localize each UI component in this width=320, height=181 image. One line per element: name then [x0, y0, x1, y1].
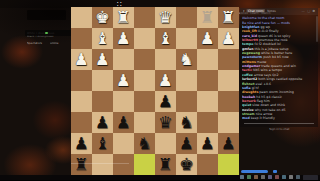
- taskbar-app-icon[interactable]: [268, 175, 272, 179]
- square-e1[interactable]: [134, 7, 155, 28]
- gear-icon[interactable]: ⚙: [312, 9, 315, 13]
- chat-message: quietslow down and think: [242, 103, 318, 107]
- chat-message: draughtspawn storm incoming: [242, 89, 318, 93]
- taskbar: ···: [0, 175, 320, 181]
- tab-chat-room[interactable]: Chat room: [247, 9, 266, 13]
- square-e5[interactable]: [134, 91, 155, 112]
- chat-menu-icon[interactable]: ▾: [243, 9, 245, 13]
- taskbar-app-icon[interactable]: [254, 175, 258, 179]
- taskbar-app-icon[interactable]: [247, 175, 251, 179]
- chat-message: fishneteval +0.6: [242, 81, 318, 85]
- chat-message-list: Welcome to the chat roomBe nice and have…: [242, 16, 320, 181]
- square-f8[interactable]: [113, 154, 134, 175]
- white-rook-a1[interactable]: ♜: [218, 7, 239, 28]
- white-bishop-d2[interactable]: ♝: [155, 28, 176, 49]
- chat-message: zugzwangwhite is better here: [242, 50, 318, 54]
- chat-message: knightfangg wp: [242, 24, 318, 28]
- chat-message: endgamertrade queens and win: [242, 63, 318, 67]
- square-b3[interactable]: [197, 49, 218, 70]
- square-h4[interactable]: [71, 70, 92, 91]
- square-c1[interactable]: [176, 7, 197, 28]
- caption-line: [71, 163, 129, 164]
- chat-message: Be nice and have fun — mods: [242, 20, 318, 24]
- square-a6[interactable]: [218, 112, 239, 133]
- white-king-g1[interactable]: ♚: [92, 7, 113, 28]
- square-g8[interactable]: [92, 154, 113, 175]
- chat-message: rook_liftO-O-O finally: [242, 29, 318, 33]
- square-c5[interactable]: [176, 91, 197, 112]
- progress-bar[interactable]: [241, 170, 268, 173]
- square-d7[interactable]: [155, 133, 176, 154]
- black-rook-h8[interactable]: ♜: [71, 154, 92, 175]
- black-rook-d8[interactable]: ♜: [155, 154, 176, 175]
- tab-notes[interactable]: Notes: [267, 9, 276, 13]
- square-b5[interactable]: [197, 91, 218, 112]
- chat-message: mittensmeow: [242, 59, 318, 63]
- black-bishop-g7[interactable]: ♝: [92, 133, 113, 154]
- black-king-c8[interactable]: ♚: [176, 154, 197, 175]
- square-a3[interactable]: [218, 49, 239, 70]
- system-tray[interactable]: ···: [303, 175, 318, 180]
- square-e4[interactable]: [134, 70, 155, 91]
- white-pawn-h3[interactable]: ♟: [71, 49, 92, 70]
- taskbar-app-icon[interactable]: [261, 175, 265, 179]
- square-g4[interactable]: [92, 70, 113, 91]
- player-bar-left-text: Spectators: [27, 41, 42, 44]
- white-knight-c3[interactable]: ♞: [176, 49, 197, 70]
- white-bishop-g2[interactable]: ♝: [92, 28, 113, 49]
- chat-message: caro_kidqueen d6 is so spicy: [242, 33, 318, 37]
- black-knight-c6[interactable]: ♞: [176, 112, 197, 133]
- square-b4[interactable]: [197, 70, 218, 91]
- chat-message: novicewhy not take on d5: [242, 107, 318, 111]
- white-pawn-b2[interactable]: ♟: [197, 28, 218, 49]
- black-pawn-g6[interactable]: ♟: [92, 112, 113, 133]
- black-pawn-a7[interactable]: ♟: [218, 133, 239, 154]
- square-e3[interactable]: [134, 49, 155, 70]
- square-f3[interactable]: [113, 49, 134, 70]
- player-bar[interactable]: Spectators online: [25, 30, 77, 37]
- chat-message: lurker42both kings castled opposite: [242, 76, 318, 80]
- chat-message: Welcome to the chat room: [242, 16, 318, 20]
- square-a8[interactable]: [218, 154, 239, 175]
- chat-message: blitzer99premove the rook: [242, 37, 318, 41]
- chat-signin-note[interactable]: Sign in to chat: [240, 117, 318, 136]
- taskbar-app-icon[interactable]: [289, 175, 293, 179]
- white-pawn-a2[interactable]: ♟: [218, 28, 239, 49]
- progress-bar-segment[interactable]: [273, 170, 277, 173]
- square-b6[interactable]: [197, 112, 218, 133]
- game-info-box: ◷ 3+2 • Blitz Rated • Spectator: [27, 10, 66, 20]
- chat-message: gmfanthis is a jobava setup: [242, 46, 318, 50]
- square-a4[interactable]: [218, 70, 239, 91]
- chat-panel: ▾ Chat room Notes ⚙ Welcome to the chat …: [240, 8, 318, 127]
- online-indicator-dot: [45, 32, 48, 35]
- square-f5[interactable]: [113, 91, 134, 112]
- black-knight-e7[interactable]: ♞: [134, 133, 155, 154]
- square-g5[interactable]: [92, 91, 113, 112]
- chat-message: berserkflag him: [242, 98, 318, 102]
- chess-board[interactable]: ♚♛♜♜♝♝♞♟♟♟♟♟♟♟♚♛♜♜♝♞♞♟♟♟♟♟♟♟♜: [71, 7, 239, 175]
- ghost-rook-b1: ♜: [197, 7, 218, 28]
- black-pawn-h7[interactable]: ♟: [71, 133, 92, 154]
- square-c2[interactable]: [176, 28, 197, 49]
- square-e2[interactable]: [134, 28, 155, 49]
- square-h1[interactable]: [71, 7, 92, 28]
- black-pawn-b7[interactable]: ♟: [197, 133, 218, 154]
- white-rook-f1[interactable]: ♜: [113, 7, 134, 28]
- chat-message: pawnstormpush b4 b5 now: [242, 55, 318, 59]
- taskbar-app-icon[interactable]: [296, 175, 300, 179]
- chat-input-divider: [244, 123, 314, 124]
- black-queen-d6[interactable]: ♛: [155, 112, 176, 133]
- chat-message: coffeearrow says Qc2: [242, 72, 318, 76]
- white-pawn-g3[interactable]: ♟: [92, 49, 113, 70]
- chat-message: tempof4 f2 doubled lol: [242, 42, 318, 46]
- taskbar-app-icon[interactable]: [240, 175, 244, 179]
- screenshot-root: ∷ lichess.org PlayPuzzlesLearnWatch —▢✕ …: [0, 0, 320, 180]
- black-pawn-c7[interactable]: ♟: [176, 133, 197, 154]
- black-pawn-f6[interactable]: ♟: [113, 112, 134, 133]
- square-d3[interactable]: [155, 49, 176, 70]
- taskbar-app-icon[interactable]: [282, 175, 286, 179]
- square-a5[interactable]: [218, 91, 239, 112]
- chat-message: tacticNb5 wins a tempo: [242, 68, 318, 72]
- chat-message: sofiagl hf: [242, 85, 318, 89]
- white-queen-d1[interactable]: ♛: [155, 7, 176, 28]
- square-e6[interactable]: [134, 112, 155, 133]
- white-pawn-f2[interactable]: ♟: [113, 28, 134, 49]
- chat-message: hookahh4 h5 g4 classic: [242, 94, 318, 98]
- white-pawn-d4[interactable]: ♟: [155, 70, 176, 91]
- taskbar-app-icon[interactable]: [275, 175, 279, 179]
- square-h6[interactable]: [71, 112, 92, 133]
- chat-scrollbar[interactable]: [316, 16, 318, 42]
- square-h2[interactable]: [71, 28, 92, 49]
- square-c4[interactable]: [176, 70, 197, 91]
- square-f7[interactable]: [113, 133, 134, 154]
- square-h5[interactable]: [71, 91, 92, 112]
- square-b8[interactable]: [197, 154, 218, 175]
- white-pawn-f4[interactable]: ♟: [113, 70, 134, 91]
- chat-header: ▾ Chat room Notes ⚙: [240, 8, 318, 15]
- square-e8[interactable]: [134, 154, 155, 175]
- player-bar-right-text: online: [50, 41, 59, 44]
- black-pawn-d5[interactable]: ♟: [155, 91, 176, 112]
- chat-message: streamnice arrow: [242, 111, 318, 115]
